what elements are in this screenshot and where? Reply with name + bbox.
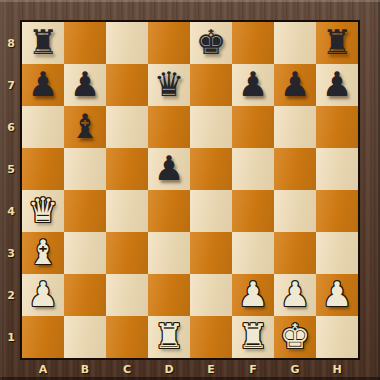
square-c4[interactable] (106, 190, 148, 232)
square-g3[interactable] (274, 232, 316, 274)
square-c1[interactable] (106, 316, 148, 358)
black-rook[interactable]: ♜ (28, 25, 58, 59)
white-pawn[interactable]: ♟ (322, 277, 352, 311)
square-f8[interactable] (232, 22, 274, 64)
rank-label-5: 5 (0, 148, 22, 190)
file-label-f: F (232, 358, 274, 380)
square-c6[interactable] (106, 106, 148, 148)
chess-board: ♜♚♜♟♟♛♟♟♟♝♟♛♝♟♟♟♟♜♜♚ (22, 22, 358, 358)
file-label-e: E (190, 358, 232, 380)
square-d8[interactable] (148, 22, 190, 64)
file-label-h: H (316, 358, 358, 380)
square-c7[interactable] (106, 64, 148, 106)
file-label-g: G (274, 358, 316, 380)
file-label-b: B (64, 358, 106, 380)
square-f3[interactable] (232, 232, 274, 274)
square-b2[interactable] (64, 274, 106, 316)
black-pawn[interactable]: ♟ (238, 67, 268, 101)
square-b8[interactable] (64, 22, 106, 64)
black-king[interactable]: ♚ (196, 25, 226, 59)
white-pawn[interactable]: ♟ (238, 277, 268, 311)
square-c2[interactable] (106, 274, 148, 316)
file-label-d: D (148, 358, 190, 380)
black-pawn[interactable]: ♟ (28, 67, 58, 101)
square-f2[interactable]: ♟ (232, 274, 274, 316)
square-a7[interactable]: ♟ (22, 64, 64, 106)
square-c5[interactable] (106, 148, 148, 190)
square-e7[interactable] (190, 64, 232, 106)
square-e8[interactable]: ♚ (190, 22, 232, 64)
square-a3[interactable]: ♝ (22, 232, 64, 274)
square-f7[interactable]: ♟ (232, 64, 274, 106)
black-queen[interactable]: ♛ (154, 67, 184, 101)
square-h7[interactable]: ♟ (316, 64, 358, 106)
rank-label-6: 6 (0, 106, 22, 148)
square-d1[interactable]: ♜ (148, 316, 190, 358)
square-c3[interactable] (106, 232, 148, 274)
square-f5[interactable] (232, 148, 274, 190)
square-d4[interactable] (148, 190, 190, 232)
square-a6[interactable] (22, 106, 64, 148)
black-pawn[interactable]: ♟ (322, 67, 352, 101)
square-g1[interactable]: ♚ (274, 316, 316, 358)
square-a8[interactable]: ♜ (22, 22, 64, 64)
rank-label-4: 4 (0, 190, 22, 232)
square-e4[interactable] (190, 190, 232, 232)
white-pawn[interactable]: ♟ (28, 277, 58, 311)
square-g4[interactable] (274, 190, 316, 232)
black-bishop[interactable]: ♝ (70, 109, 100, 143)
chess-board-frame: 87654321 ♜♚♜♟♟♛♟♟♟♝♟♛♝♟♟♟♟♜♜♚ ABCDEFGH (0, 0, 380, 380)
white-rook[interactable]: ♜ (154, 319, 184, 353)
white-king[interactable]: ♚ (280, 319, 310, 353)
white-pawn[interactable]: ♟ (280, 277, 310, 311)
square-h8[interactable]: ♜ (316, 22, 358, 64)
square-b3[interactable] (64, 232, 106, 274)
square-g6[interactable] (274, 106, 316, 148)
file-labels: ABCDEFGH (22, 358, 358, 380)
square-f4[interactable] (232, 190, 274, 232)
square-h1[interactable] (316, 316, 358, 358)
square-e2[interactable] (190, 274, 232, 316)
square-d3[interactable] (148, 232, 190, 274)
square-b5[interactable] (64, 148, 106, 190)
square-e5[interactable] (190, 148, 232, 190)
square-c8[interactable] (106, 22, 148, 64)
white-rook[interactable]: ♜ (238, 319, 268, 353)
square-b4[interactable] (64, 190, 106, 232)
rank-label-3: 3 (0, 232, 22, 274)
square-d7[interactable]: ♛ (148, 64, 190, 106)
square-f1[interactable]: ♜ (232, 316, 274, 358)
square-e3[interactable] (190, 232, 232, 274)
square-d6[interactable] (148, 106, 190, 148)
black-pawn[interactable]: ♟ (280, 67, 310, 101)
square-a2[interactable]: ♟ (22, 274, 64, 316)
square-a1[interactable] (22, 316, 64, 358)
square-b6[interactable]: ♝ (64, 106, 106, 148)
rank-label-7: 7 (0, 64, 22, 106)
square-g8[interactable] (274, 22, 316, 64)
square-d5[interactable]: ♟ (148, 148, 190, 190)
white-queen[interactable]: ♛ (28, 193, 58, 227)
square-a5[interactable] (22, 148, 64, 190)
square-h4[interactable] (316, 190, 358, 232)
rank-label-1: 1 (0, 316, 22, 358)
square-g7[interactable]: ♟ (274, 64, 316, 106)
square-b1[interactable] (64, 316, 106, 358)
black-pawn[interactable]: ♟ (70, 67, 100, 101)
square-e6[interactable] (190, 106, 232, 148)
rank-labels: 87654321 (0, 22, 22, 358)
square-f6[interactable] (232, 106, 274, 148)
black-rook[interactable]: ♜ (322, 25, 352, 59)
rank-label-8: 8 (0, 22, 22, 64)
black-pawn[interactable]: ♟ (154, 151, 184, 185)
square-e1[interactable] (190, 316, 232, 358)
square-g5[interactable] (274, 148, 316, 190)
square-h2[interactable]: ♟ (316, 274, 358, 316)
square-d2[interactable] (148, 274, 190, 316)
rank-label-2: 2 (0, 274, 22, 316)
file-label-c: C (106, 358, 148, 380)
square-h6[interactable] (316, 106, 358, 148)
square-h5[interactable] (316, 148, 358, 190)
square-g2[interactable]: ♟ (274, 274, 316, 316)
square-b7[interactable]: ♟ (64, 64, 106, 106)
square-a4[interactable]: ♛ (22, 190, 64, 232)
white-bishop[interactable]: ♝ (28, 235, 58, 269)
file-label-a: A (22, 358, 64, 380)
square-h3[interactable] (316, 232, 358, 274)
